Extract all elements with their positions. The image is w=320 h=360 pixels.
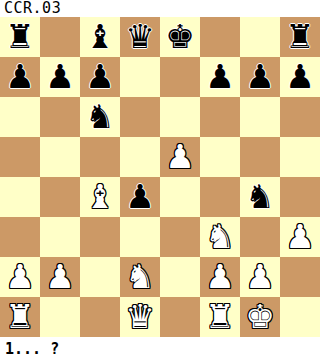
square-c7[interactable]: ♟	[80, 57, 120, 97]
square-a2[interactable]: ♟	[0, 257, 40, 297]
square-e1[interactable]	[160, 297, 200, 337]
piece-white-pawn: ♟	[285, 217, 315, 257]
piece-white-pawn: ♟	[245, 257, 275, 297]
square-h1[interactable]	[280, 297, 320, 337]
square-b6[interactable]	[40, 97, 80, 137]
square-d4[interactable]: ♟	[120, 177, 160, 217]
chess-board: ♜♝♛♚♜♟♟♟♟♟♟♞♟♝♟♞♞♟♟♟♞♟♟♜♛♜♚	[0, 17, 320, 337]
piece-black-pawn: ♟	[285, 57, 315, 97]
square-a5[interactable]	[0, 137, 40, 177]
square-g8[interactable]	[240, 17, 280, 57]
square-a7[interactable]: ♟	[0, 57, 40, 97]
piece-black-knight: ♞	[85, 97, 115, 137]
square-f4[interactable]	[200, 177, 240, 217]
square-c4[interactable]: ♝	[80, 177, 120, 217]
square-f2[interactable]: ♟	[200, 257, 240, 297]
piece-white-rook: ♜	[205, 297, 235, 337]
square-e5[interactable]: ♟	[160, 137, 200, 177]
square-h3[interactable]: ♟	[280, 217, 320, 257]
square-g1[interactable]: ♚	[240, 297, 280, 337]
piece-white-pawn: ♟	[165, 137, 195, 177]
square-b1[interactable]	[40, 297, 80, 337]
square-b5[interactable]	[40, 137, 80, 177]
piece-white-knight: ♞	[205, 217, 235, 257]
square-c1[interactable]	[80, 297, 120, 337]
square-h8[interactable]: ♜	[280, 17, 320, 57]
square-a4[interactable]	[0, 177, 40, 217]
square-b4[interactable]	[40, 177, 80, 217]
square-e4[interactable]	[160, 177, 200, 217]
piece-white-knight: ♞	[125, 257, 155, 297]
puzzle-id: CCR.03	[0, 0, 320, 17]
square-b3[interactable]	[40, 217, 80, 257]
square-f3[interactable]: ♞	[200, 217, 240, 257]
square-c5[interactable]	[80, 137, 120, 177]
square-c8[interactable]: ♝	[80, 17, 120, 57]
piece-white-pawn: ♟	[205, 257, 235, 297]
square-a8[interactable]: ♜	[0, 17, 40, 57]
square-g2[interactable]: ♟	[240, 257, 280, 297]
piece-black-knight: ♞	[245, 177, 275, 217]
square-f5[interactable]	[200, 137, 240, 177]
square-c2[interactable]	[80, 257, 120, 297]
square-g6[interactable]	[240, 97, 280, 137]
piece-black-pawn: ♟	[5, 57, 35, 97]
chess-puzzle-screen: CCR.03 ♜♝♛♚♜♟♟♟♟♟♟♞♟♝♟♞♞♟♟♟♞♟♟♜♛♜♚ 1... …	[0, 0, 320, 360]
square-d2[interactable]: ♞	[120, 257, 160, 297]
piece-black-rook: ♜	[285, 17, 315, 57]
square-a6[interactable]	[0, 97, 40, 137]
piece-black-queen: ♛	[125, 17, 155, 57]
square-a3[interactable]	[0, 217, 40, 257]
square-c6[interactable]: ♞	[80, 97, 120, 137]
square-h6[interactable]	[280, 97, 320, 137]
square-e3[interactable]	[160, 217, 200, 257]
piece-black-pawn: ♟	[45, 57, 75, 97]
move-prompt: 1... ?	[0, 337, 320, 360]
square-b7[interactable]: ♟	[40, 57, 80, 97]
square-d8[interactable]: ♛	[120, 17, 160, 57]
square-h5[interactable]	[280, 137, 320, 177]
square-b8[interactable]	[40, 17, 80, 57]
square-g5[interactable]	[240, 137, 280, 177]
piece-black-king: ♚	[165, 17, 195, 57]
square-f6[interactable]	[200, 97, 240, 137]
square-d7[interactable]	[120, 57, 160, 97]
square-d5[interactable]	[120, 137, 160, 177]
square-g3[interactable]	[240, 217, 280, 257]
square-g7[interactable]: ♟	[240, 57, 280, 97]
square-f7[interactable]: ♟	[200, 57, 240, 97]
piece-white-bishop: ♝	[85, 177, 115, 217]
square-h7[interactable]: ♟	[280, 57, 320, 97]
piece-white-rook: ♜	[5, 297, 35, 337]
piece-black-rook: ♜	[5, 17, 35, 57]
square-h2[interactable]	[280, 257, 320, 297]
square-d3[interactable]	[120, 217, 160, 257]
piece-black-pawn: ♟	[125, 177, 155, 217]
square-e7[interactable]	[160, 57, 200, 97]
square-e8[interactable]: ♚	[160, 17, 200, 57]
piece-black-pawn: ♟	[245, 57, 275, 97]
piece-black-pawn: ♟	[205, 57, 235, 97]
square-f1[interactable]: ♜	[200, 297, 240, 337]
square-d1[interactable]: ♛	[120, 297, 160, 337]
square-c3[interactable]	[80, 217, 120, 257]
piece-black-bishop: ♝	[85, 17, 115, 57]
square-a1[interactable]: ♜	[0, 297, 40, 337]
square-e6[interactable]	[160, 97, 200, 137]
square-g4[interactable]: ♞	[240, 177, 280, 217]
square-d6[interactable]	[120, 97, 160, 137]
square-e2[interactable]	[160, 257, 200, 297]
square-b2[interactable]: ♟	[40, 257, 80, 297]
piece-white-pawn: ♟	[5, 257, 35, 297]
piece-white-queen: ♛	[125, 297, 155, 337]
piece-black-pawn: ♟	[85, 57, 115, 97]
square-f8[interactable]	[200, 17, 240, 57]
piece-white-pawn: ♟	[45, 257, 75, 297]
piece-white-king: ♚	[245, 297, 275, 337]
square-h4[interactable]	[280, 177, 320, 217]
